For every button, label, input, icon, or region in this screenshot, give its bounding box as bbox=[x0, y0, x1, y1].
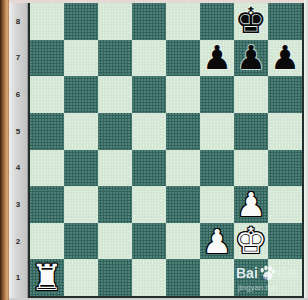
piece-white-rook: ♜ bbox=[31, 260, 63, 296]
rank-label-2: 2 bbox=[9, 223, 27, 260]
square-e5 bbox=[166, 113, 200, 150]
square-g1 bbox=[234, 259, 268, 296]
square-a1: ♜ bbox=[30, 259, 64, 296]
square-a4 bbox=[30, 150, 64, 187]
square-d4 bbox=[132, 150, 166, 187]
square-b3 bbox=[64, 186, 98, 223]
square-d3 bbox=[132, 186, 166, 223]
rank-label-7: 7 bbox=[9, 40, 27, 77]
square-g2: ♚ bbox=[234, 223, 268, 260]
piece-white-pawn: ♟ bbox=[202, 225, 232, 258]
square-e7 bbox=[166, 40, 200, 77]
square-f3 bbox=[200, 186, 234, 223]
square-h1 bbox=[268, 259, 302, 296]
board-wood-edge bbox=[0, 0, 9, 300]
square-a3 bbox=[30, 186, 64, 223]
square-h6 bbox=[268, 76, 302, 113]
square-h7: ♟ bbox=[268, 40, 302, 77]
square-g4 bbox=[234, 150, 268, 187]
piece-black-king: ♚ bbox=[235, 3, 267, 39]
square-d1 bbox=[132, 259, 166, 296]
square-c7 bbox=[98, 40, 132, 77]
square-f2: ♟ bbox=[200, 223, 234, 260]
piece-black-pawn: ♟ bbox=[270, 41, 300, 74]
square-f1 bbox=[200, 259, 234, 296]
rank-label-5: 5 bbox=[9, 113, 27, 150]
square-f6 bbox=[200, 76, 234, 113]
chess-board: ♚♟♟♟♟♟♚♜ bbox=[30, 3, 302, 296]
square-f4 bbox=[200, 150, 234, 187]
square-e3 bbox=[166, 186, 200, 223]
square-c1 bbox=[98, 259, 132, 296]
square-c4 bbox=[98, 150, 132, 187]
square-b4 bbox=[64, 150, 98, 187]
square-c3 bbox=[98, 186, 132, 223]
square-b8 bbox=[64, 3, 98, 40]
square-c2 bbox=[98, 223, 132, 260]
square-c5 bbox=[98, 113, 132, 150]
square-a7 bbox=[30, 40, 64, 77]
square-h3 bbox=[268, 186, 302, 223]
square-h8 bbox=[268, 3, 302, 40]
square-e2 bbox=[166, 223, 200, 260]
square-f8 bbox=[200, 3, 234, 40]
square-c6 bbox=[98, 76, 132, 113]
square-g8: ♚ bbox=[234, 3, 268, 40]
square-g3: ♟ bbox=[234, 186, 268, 223]
square-h5 bbox=[268, 113, 302, 150]
square-f5 bbox=[200, 113, 234, 150]
square-e1 bbox=[166, 259, 200, 296]
square-c8 bbox=[98, 3, 132, 40]
chess-diagram-screenshot: 87654321 ♚♟♟♟♟♟♚♜ Bai du 经验 bbox=[0, 0, 308, 300]
square-a5 bbox=[30, 113, 64, 150]
piece-black-pawn: ♟ bbox=[236, 41, 266, 74]
rank-label-1: 1 bbox=[9, 259, 27, 296]
piece-white-pawn: ♟ bbox=[236, 188, 266, 221]
square-f7: ♟ bbox=[200, 40, 234, 77]
square-d7 bbox=[132, 40, 166, 77]
rank-labels: 87654321 bbox=[9, 3, 27, 296]
frame-top-edge bbox=[0, 0, 308, 3]
square-a6 bbox=[30, 76, 64, 113]
square-e8 bbox=[166, 3, 200, 40]
square-b1 bbox=[64, 259, 98, 296]
piece-black-pawn: ♟ bbox=[202, 41, 232, 74]
square-b7 bbox=[64, 40, 98, 77]
square-d6 bbox=[132, 76, 166, 113]
square-b2 bbox=[64, 223, 98, 260]
frame-right-edge bbox=[304, 0, 308, 300]
square-d8 bbox=[132, 3, 166, 40]
square-a8 bbox=[30, 3, 64, 40]
square-e4 bbox=[166, 150, 200, 187]
chess-board-frame: ♚♟♟♟♟♟♚♜ bbox=[28, 1, 304, 298]
square-g6 bbox=[234, 76, 268, 113]
square-a2 bbox=[30, 223, 64, 260]
rank-label-3: 3 bbox=[9, 186, 27, 223]
rank-label-4: 4 bbox=[9, 150, 27, 187]
square-g7: ♟ bbox=[234, 40, 268, 77]
square-h2 bbox=[268, 223, 302, 260]
square-b6 bbox=[64, 76, 98, 113]
rank-label-8: 8 bbox=[9, 3, 27, 40]
square-d5 bbox=[132, 113, 166, 150]
square-d2 bbox=[132, 223, 166, 260]
square-b5 bbox=[64, 113, 98, 150]
square-e6 bbox=[166, 76, 200, 113]
square-h4 bbox=[268, 150, 302, 187]
rank-label-6: 6 bbox=[9, 76, 27, 113]
square-g5 bbox=[234, 113, 268, 150]
piece-white-king: ♚ bbox=[235, 223, 267, 259]
